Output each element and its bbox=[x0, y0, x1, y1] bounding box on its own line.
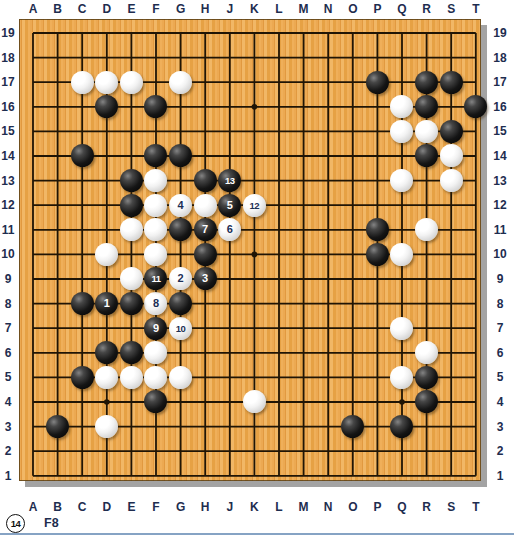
row-label-3: 3 bbox=[490, 419, 510, 435]
intersection-R5 bbox=[414, 365, 439, 390]
row-label-1: 1 bbox=[490, 468, 510, 484]
intersection-F5 bbox=[144, 365, 169, 390]
column-label-G: G bbox=[171, 499, 191, 515]
black-stone-H9: 3 bbox=[194, 267, 217, 290]
column-label-N: N bbox=[318, 1, 338, 17]
white-stone-E9 bbox=[120, 267, 143, 290]
intersection-G11 bbox=[168, 217, 193, 242]
black-stone-F16 bbox=[144, 95, 167, 118]
intersection-H12 bbox=[193, 193, 218, 218]
intersection-E17 bbox=[119, 70, 144, 95]
column-label-H: H bbox=[195, 499, 215, 515]
row-label-5: 5 bbox=[0, 369, 18, 385]
intersection-E11 bbox=[119, 217, 144, 242]
column-label-R: R bbox=[417, 1, 437, 17]
column-label-A: A bbox=[23, 1, 43, 17]
black-stone-P17 bbox=[366, 71, 389, 94]
black-stone-E6 bbox=[120, 341, 143, 364]
intersection-G8 bbox=[168, 291, 193, 316]
black-stone-G14 bbox=[169, 144, 192, 167]
white-stone-E11 bbox=[120, 218, 143, 241]
intersection-Q16 bbox=[390, 94, 415, 119]
intersection-E13 bbox=[119, 168, 144, 193]
intersection-Q10 bbox=[390, 242, 415, 267]
row-label-6: 6 bbox=[490, 345, 510, 361]
intersection-F9: 11 bbox=[144, 267, 169, 292]
row-label-10: 10 bbox=[0, 246, 18, 262]
column-label-M: M bbox=[294, 1, 314, 17]
white-stone-S13 bbox=[440, 169, 463, 192]
row-label-19: 19 bbox=[0, 25, 18, 41]
column-label-F: F bbox=[146, 499, 166, 515]
intersection-F4 bbox=[144, 390, 169, 415]
move-number-label: 8 bbox=[153, 292, 159, 315]
move-number-label: 5 bbox=[227, 194, 233, 217]
white-stone-D10 bbox=[95, 243, 118, 266]
black-stone-E12 bbox=[120, 194, 143, 217]
intersection-F12 bbox=[144, 193, 169, 218]
row-label-9: 9 bbox=[490, 271, 510, 287]
black-stone-G11 bbox=[169, 218, 192, 241]
row-label-12: 12 bbox=[0, 197, 18, 213]
move-number-label: 11 bbox=[151, 267, 160, 290]
black-stone-F9: 11 bbox=[144, 267, 167, 290]
column-label-O: O bbox=[343, 499, 363, 515]
row-label-16: 16 bbox=[490, 99, 510, 115]
column-label-O: O bbox=[343, 1, 363, 17]
intersection-R15 bbox=[414, 119, 439, 144]
row-label-12: 12 bbox=[490, 197, 510, 213]
column-label-J: J bbox=[220, 1, 240, 17]
intersection-Q5 bbox=[390, 365, 415, 390]
white-stone-S14 bbox=[440, 144, 463, 167]
white-stone-Q13 bbox=[390, 169, 413, 192]
stones-layer: 12345678910111213 bbox=[21, 21, 488, 488]
intersection-J11: 6 bbox=[217, 217, 242, 242]
move-number-label: 9 bbox=[153, 317, 159, 340]
row-label-15: 15 bbox=[0, 123, 18, 139]
column-label-J: J bbox=[220, 499, 240, 515]
black-stone-E13 bbox=[120, 169, 143, 192]
column-label-A: A bbox=[23, 499, 43, 515]
row-label-13: 13 bbox=[0, 173, 18, 189]
black-stone-R4 bbox=[415, 390, 438, 413]
column-label-F: F bbox=[146, 1, 166, 17]
black-stone-C8 bbox=[71, 292, 94, 315]
intersection-H13 bbox=[193, 168, 218, 193]
white-stone-F6 bbox=[144, 341, 167, 364]
intersection-D17 bbox=[94, 70, 119, 95]
white-stone-E5 bbox=[120, 366, 143, 389]
row-label-2: 2 bbox=[0, 443, 18, 459]
column-label-T: T bbox=[466, 1, 486, 17]
move-number-label: 7 bbox=[202, 218, 208, 241]
intersection-E9 bbox=[119, 267, 144, 292]
column-label-G: G bbox=[171, 1, 191, 17]
intersection-S13 bbox=[439, 168, 464, 193]
row-label-18: 18 bbox=[0, 50, 18, 66]
column-label-Q: Q bbox=[392, 1, 412, 17]
black-stone-B3 bbox=[46, 415, 69, 438]
move-number-label: 12 bbox=[250, 194, 260, 217]
row-label-8: 8 bbox=[490, 296, 510, 312]
white-stone-D5 bbox=[95, 366, 118, 389]
row-label-4: 4 bbox=[490, 394, 510, 410]
intersection-R4 bbox=[414, 390, 439, 415]
black-stone-D8: 1 bbox=[95, 292, 118, 315]
column-label-K: K bbox=[244, 499, 264, 515]
intersection-R14 bbox=[414, 144, 439, 169]
black-stone-F4 bbox=[144, 390, 167, 413]
black-stone-T16 bbox=[464, 95, 487, 118]
intersection-D16 bbox=[94, 94, 119, 119]
intersection-D8: 1 bbox=[94, 291, 119, 316]
intersection-R11 bbox=[414, 217, 439, 242]
column-label-E: E bbox=[121, 1, 141, 17]
black-stone-D6 bbox=[95, 341, 118, 364]
white-stone-F11 bbox=[144, 218, 167, 241]
black-stone-P11 bbox=[366, 218, 389, 241]
row-label-17: 17 bbox=[490, 74, 510, 90]
intersection-P17 bbox=[365, 70, 390, 95]
column-label-R: R bbox=[417, 499, 437, 515]
move-number-label: 4 bbox=[177, 194, 183, 217]
move-number-label: 10 bbox=[176, 317, 186, 340]
column-label-E: E bbox=[121, 499, 141, 515]
intersection-R6 bbox=[414, 340, 439, 365]
column-label-L: L bbox=[269, 499, 289, 515]
intersection-Q15 bbox=[390, 119, 415, 144]
black-stone-C5 bbox=[71, 366, 94, 389]
intersection-S17 bbox=[439, 70, 464, 95]
column-label-D: D bbox=[97, 499, 117, 515]
white-stone-G7: 10 bbox=[169, 317, 192, 340]
black-stone-R17 bbox=[415, 71, 438, 94]
black-stone-P10 bbox=[366, 243, 389, 266]
white-stone-K4 bbox=[243, 390, 266, 413]
row-label-5: 5 bbox=[490, 369, 510, 385]
black-stone-D16 bbox=[95, 95, 118, 118]
intersection-E5 bbox=[119, 365, 144, 390]
intersection-G5 bbox=[168, 365, 193, 390]
intersection-D3 bbox=[94, 414, 119, 439]
row-label-19: 19 bbox=[490, 25, 510, 41]
white-stone-G17 bbox=[169, 71, 192, 94]
white-stone-R11 bbox=[415, 218, 438, 241]
intersection-P10 bbox=[365, 242, 390, 267]
white-stone-H12 bbox=[194, 194, 217, 217]
column-label-M: M bbox=[294, 499, 314, 515]
white-stone-Q16 bbox=[390, 95, 413, 118]
column-label-P: P bbox=[367, 499, 387, 515]
last-move-number: 14 bbox=[11, 518, 21, 529]
black-stone-F7: 9 bbox=[144, 317, 167, 340]
move-number-label: 2 bbox=[177, 267, 183, 290]
window-bottom-border bbox=[0, 533, 514, 535]
black-stone-J13: 13 bbox=[218, 169, 241, 192]
intersection-K4 bbox=[242, 390, 267, 415]
white-stone-Q15 bbox=[390, 120, 413, 143]
black-stone-H11: 7 bbox=[194, 218, 217, 241]
column-label-P: P bbox=[367, 1, 387, 17]
column-label-S: S bbox=[441, 1, 461, 17]
white-stone-C17 bbox=[71, 71, 94, 94]
black-stone-H10 bbox=[194, 243, 217, 266]
row-label-11: 11 bbox=[0, 222, 18, 238]
intersection-J12: 5 bbox=[217, 193, 242, 218]
row-label-9: 9 bbox=[0, 271, 18, 287]
move-number-label: 6 bbox=[227, 218, 233, 241]
column-label-H: H bbox=[195, 1, 215, 17]
intersection-R17 bbox=[414, 70, 439, 95]
row-label-16: 16 bbox=[0, 99, 18, 115]
white-stone-G12: 4 bbox=[169, 194, 192, 217]
intersection-H10 bbox=[193, 242, 218, 267]
column-label-B: B bbox=[48, 1, 68, 17]
intersection-C5 bbox=[70, 365, 95, 390]
row-label-1: 1 bbox=[0, 468, 18, 484]
black-stone-S15 bbox=[440, 120, 463, 143]
white-stone-F8: 8 bbox=[144, 292, 167, 315]
intersection-E8 bbox=[119, 291, 144, 316]
row-label-7: 7 bbox=[490, 320, 510, 336]
black-stone-Q3 bbox=[390, 415, 413, 438]
column-label-Q: Q bbox=[392, 499, 412, 515]
intersection-F10 bbox=[144, 242, 169, 267]
black-stone-S17 bbox=[440, 71, 463, 94]
white-stone-G5 bbox=[169, 366, 192, 389]
row-label-14: 14 bbox=[490, 148, 510, 164]
intersection-Q7 bbox=[390, 316, 415, 341]
white-stone-D3 bbox=[95, 415, 118, 438]
intersection-F6 bbox=[144, 340, 169, 365]
intersection-F7: 9 bbox=[144, 316, 169, 341]
white-stone-E17 bbox=[120, 71, 143, 94]
intersection-C14 bbox=[70, 144, 95, 169]
white-stone-G9: 2 bbox=[169, 267, 192, 290]
intersection-Q13 bbox=[390, 168, 415, 193]
row-label-17: 17 bbox=[0, 74, 18, 90]
row-label-18: 18 bbox=[490, 50, 510, 66]
intersection-K12: 12 bbox=[242, 193, 267, 218]
intersection-J13: 13 bbox=[217, 168, 242, 193]
intersection-Q3 bbox=[390, 414, 415, 439]
intersection-S15 bbox=[439, 119, 464, 144]
intersection-F14 bbox=[144, 144, 169, 169]
black-stone-G8 bbox=[169, 292, 192, 315]
row-label-15: 15 bbox=[490, 123, 510, 139]
column-label-N: N bbox=[318, 499, 338, 515]
white-stone-F10 bbox=[144, 243, 167, 266]
row-label-4: 4 bbox=[0, 394, 18, 410]
intersection-P11 bbox=[365, 217, 390, 242]
intersection-C8 bbox=[70, 291, 95, 316]
intersection-G12: 4 bbox=[168, 193, 193, 218]
white-stone-R15 bbox=[415, 120, 438, 143]
black-stone-F14 bbox=[144, 144, 167, 167]
intersection-F11 bbox=[144, 217, 169, 242]
intersection-F13 bbox=[144, 168, 169, 193]
column-label-C: C bbox=[72, 1, 92, 17]
intersection-G7: 10 bbox=[168, 316, 193, 341]
intersection-D5 bbox=[94, 365, 119, 390]
intersection-B3 bbox=[45, 414, 70, 439]
row-label-14: 14 bbox=[0, 148, 18, 164]
black-stone-J12: 5 bbox=[218, 194, 241, 217]
white-stone-J11: 6 bbox=[218, 218, 241, 241]
white-stone-Q5 bbox=[390, 366, 413, 389]
intersection-R16 bbox=[414, 94, 439, 119]
move-number-label: 3 bbox=[202, 267, 208, 290]
black-stone-R16 bbox=[415, 95, 438, 118]
black-stone-H13 bbox=[194, 169, 217, 192]
row-label-6: 6 bbox=[0, 345, 18, 361]
intersection-G17 bbox=[168, 70, 193, 95]
white-stone-F5 bbox=[144, 366, 167, 389]
white-stone-K12: 12 bbox=[243, 194, 266, 217]
row-label-3: 3 bbox=[0, 419, 18, 435]
row-label-11: 11 bbox=[490, 222, 510, 238]
column-label-L: L bbox=[269, 1, 289, 17]
black-stone-O3 bbox=[341, 415, 364, 438]
black-stone-R5 bbox=[415, 366, 438, 389]
intersection-E12 bbox=[119, 193, 144, 218]
intersection-O3 bbox=[340, 414, 365, 439]
white-stone-F12 bbox=[144, 194, 167, 217]
white-stone-Q10 bbox=[390, 243, 413, 266]
go-game-viewer: ABCDEFGHJKLMNOPQRST 19181716151413121110… bbox=[0, 0, 514, 538]
intersection-T16 bbox=[463, 94, 488, 119]
row-label-2: 2 bbox=[490, 443, 510, 459]
column-label-S: S bbox=[441, 499, 461, 515]
white-stone-R6 bbox=[415, 341, 438, 364]
intersection-E6 bbox=[119, 340, 144, 365]
intersection-F16 bbox=[144, 94, 169, 119]
black-stone-C14 bbox=[71, 144, 94, 167]
column-label-T: T bbox=[466, 499, 486, 515]
intersection-S14 bbox=[439, 144, 464, 169]
white-stone-D17 bbox=[95, 71, 118, 94]
intersection-H9: 3 bbox=[193, 267, 218, 292]
column-label-K: K bbox=[244, 1, 264, 17]
intersection-H11: 7 bbox=[193, 217, 218, 242]
black-stone-E8 bbox=[120, 292, 143, 315]
last-move-coordinate: F8 bbox=[44, 516, 59, 530]
column-label-B: B bbox=[48, 499, 68, 515]
row-label-10: 10 bbox=[490, 246, 510, 262]
intersection-G9: 2 bbox=[168, 267, 193, 292]
intersection-C17 bbox=[70, 70, 95, 95]
intersection-D6 bbox=[94, 340, 119, 365]
white-stone-F13 bbox=[144, 169, 167, 192]
move-number-label: 1 bbox=[104, 292, 110, 315]
last-move-stone-icon: 14 bbox=[6, 514, 25, 533]
white-stone-Q7 bbox=[390, 317, 413, 340]
column-label-D: D bbox=[97, 1, 117, 17]
black-stone-R14 bbox=[415, 144, 438, 167]
intersection-F8: 8 bbox=[144, 291, 169, 316]
move-number-label: 13 bbox=[225, 169, 235, 192]
intersection-D10 bbox=[94, 242, 119, 267]
intersection-G14 bbox=[168, 144, 193, 169]
row-label-13: 13 bbox=[490, 173, 510, 189]
row-label-8: 8 bbox=[0, 296, 18, 312]
row-label-7: 7 bbox=[0, 320, 18, 336]
go-board[interactable]: 12345678910111213 bbox=[19, 19, 481, 481]
column-label-C: C bbox=[72, 499, 92, 515]
